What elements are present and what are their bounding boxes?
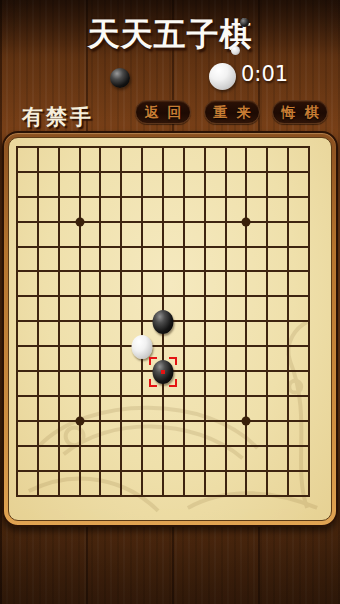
title-white-stone-decor-icon — [231, 46, 240, 55]
restart-button[interactable]: 重来 — [204, 100, 260, 124]
back-button[interactable]: 返回 — [135, 100, 191, 124]
white-player-stone-icon — [209, 63, 236, 90]
white-stone — [132, 335, 153, 359]
star-point — [242, 416, 251, 425]
title-black-stone-decor-icon — [240, 18, 249, 27]
forbidden-rule-label: 有禁手 — [22, 103, 94, 131]
black-stone — [152, 310, 173, 334]
timer-text: 0:01 — [241, 62, 288, 86]
black-player-stone-icon — [110, 68, 130, 88]
go-board[interactable] — [8, 137, 332, 521]
star-point — [75, 416, 84, 425]
star-point — [75, 217, 84, 226]
last-move-marker — [149, 357, 177, 387]
star-point — [242, 217, 251, 226]
undo-button-label: 悔棋 — [282, 104, 328, 120]
board-frame — [2, 131, 338, 527]
back-button-label: 返回 — [145, 104, 191, 120]
restart-button-label: 重来 — [214, 104, 260, 120]
app-screen: 天天五子棋 0:01 有禁手 返回 重来 悔棋 — [0, 0, 340, 604]
app-title: 天天五子棋 — [0, 13, 340, 57]
undo-button[interactable]: 悔棋 — [272, 100, 328, 124]
